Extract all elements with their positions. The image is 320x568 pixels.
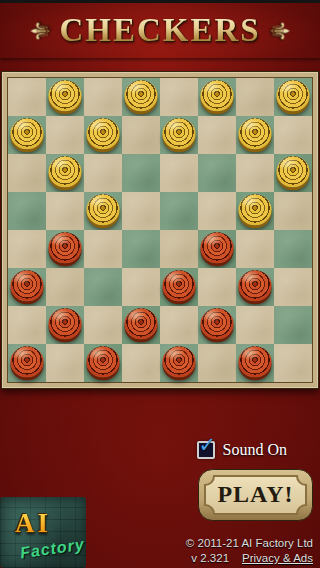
board-cell[interactable] — [198, 268, 236, 306]
board-cell[interactable] — [236, 344, 274, 382]
board-cell[interactable] — [46, 268, 84, 306]
board-cell[interactable] — [198, 230, 236, 268]
board-cell[interactable] — [274, 192, 312, 230]
board-cell[interactable] — [46, 154, 84, 192]
board-cell[interactable] — [8, 154, 46, 192]
board-cell[interactable] — [46, 306, 84, 344]
gold-piece[interactable] — [239, 118, 272, 149]
gold-piece[interactable] — [277, 156, 310, 187]
checkmark-icon: ✓ — [199, 433, 217, 457]
gold-piece[interactable] — [49, 80, 82, 111]
board-cell[interactable] — [236, 154, 274, 192]
board-cell[interactable] — [198, 306, 236, 344]
gold-piece[interactable] — [49, 156, 82, 187]
sound-checkbox[interactable]: ✓ — [197, 441, 215, 459]
board-cell[interactable] — [84, 268, 122, 306]
gold-piece[interactable] — [87, 118, 120, 149]
board-cell[interactable] — [84, 192, 122, 230]
board-cell[interactable] — [236, 306, 274, 344]
board-cell[interactable] — [274, 344, 312, 382]
play-button[interactable]: PLAY! — [198, 469, 313, 521]
board-cell[interactable] — [198, 78, 236, 116]
board-cell[interactable] — [274, 268, 312, 306]
board-cell[interactable] — [160, 116, 198, 154]
red-piece[interactable] — [49, 308, 82, 339]
play-label: PLAY! — [198, 469, 313, 521]
board-cell[interactable] — [122, 268, 160, 306]
board-cell[interactable] — [84, 344, 122, 382]
board-cell[interactable] — [274, 230, 312, 268]
gold-piece[interactable] — [201, 80, 234, 111]
red-piece[interactable] — [49, 232, 82, 263]
board-cell[interactable] — [160, 192, 198, 230]
board-cell[interactable] — [122, 230, 160, 268]
board-cell[interactable] — [8, 306, 46, 344]
board-cell[interactable] — [160, 268, 198, 306]
board-cell[interactable] — [236, 268, 274, 306]
board-cell[interactable] — [8, 78, 46, 116]
board-cell[interactable] — [160, 78, 198, 116]
red-piece[interactable] — [11, 346, 44, 377]
board-cell[interactable] — [46, 344, 84, 382]
board-grid — [7, 77, 313, 383]
board-cell[interactable] — [198, 116, 236, 154]
board-cell[interactable] — [160, 344, 198, 382]
board-cell[interactable] — [8, 116, 46, 154]
board-cell[interactable] — [84, 306, 122, 344]
board-cell[interactable] — [198, 154, 236, 192]
left-fleur-ornament-icon: ⚜ — [28, 19, 54, 42]
red-piece[interactable] — [11, 270, 44, 301]
board-cell[interactable] — [160, 306, 198, 344]
gold-piece[interactable] — [125, 80, 158, 111]
board-cell[interactable] — [236, 230, 274, 268]
gold-piece[interactable] — [239, 194, 272, 225]
board-cell[interactable] — [274, 116, 312, 154]
version-row: v 2.321 Privacy & Ads — [191, 552, 313, 564]
board-cell[interactable] — [46, 78, 84, 116]
red-piece[interactable] — [239, 270, 272, 301]
gold-piece[interactable] — [11, 118, 44, 149]
board-cell[interactable] — [236, 78, 274, 116]
sound-label: Sound On — [223, 441, 287, 459]
board-cell[interactable] — [84, 154, 122, 192]
version-text: v 2.321 — [191, 552, 229, 564]
board-cell[interactable] — [122, 306, 160, 344]
privacy-ads-link[interactable]: Privacy & Ads — [242, 552, 313, 564]
board-cell[interactable] — [198, 344, 236, 382]
board-cell[interactable] — [46, 230, 84, 268]
board-cell[interactable] — [198, 192, 236, 230]
gold-piece[interactable] — [163, 118, 196, 149]
red-piece[interactable] — [239, 346, 272, 377]
red-piece[interactable] — [87, 346, 120, 377]
board-cell[interactable] — [84, 78, 122, 116]
app-title: CHECKERS — [59, 14, 260, 47]
app-header: ⚜ CHECKERS ⚜ — [0, 0, 320, 58]
board-cell[interactable] — [274, 154, 312, 192]
checkers-app: ⚜ CHECKERS ⚜ ✓ Sound On — [0, 0, 320, 568]
board-cell[interactable] — [8, 268, 46, 306]
red-piece[interactable] — [201, 308, 234, 339]
board-cell[interactable] — [122, 116, 160, 154]
copyright-text: © 2011-21 AI Factory Ltd — [186, 537, 313, 549]
red-piece[interactable] — [163, 346, 196, 377]
board-cell[interactable] — [122, 344, 160, 382]
gold-piece[interactable] — [87, 194, 120, 225]
ai-factory-logo: AI Factory — [0, 497, 86, 568]
board-cell[interactable] — [8, 192, 46, 230]
board-cell[interactable] — [122, 154, 160, 192]
board-cell[interactable] — [236, 192, 274, 230]
red-piece[interactable] — [125, 308, 158, 339]
board-cell[interactable] — [122, 192, 160, 230]
board-cell[interactable] — [84, 230, 122, 268]
right-fleur-ornament-icon: ⚜ — [266, 19, 292, 42]
red-piece[interactable] — [163, 270, 196, 301]
sound-toggle[interactable]: ✓ Sound On — [197, 440, 287, 460]
board-cell[interactable] — [236, 116, 274, 154]
board-cell[interactable] — [46, 116, 84, 154]
board-cell[interactable] — [160, 154, 198, 192]
red-piece[interactable] — [201, 232, 234, 263]
ai-logo-text: AI — [15, 508, 51, 539]
board-cell[interactable] — [160, 230, 198, 268]
board-cell[interactable] — [274, 78, 312, 116]
board-cell[interactable] — [46, 192, 84, 230]
board-cell[interactable] — [274, 306, 312, 344]
board-cell[interactable] — [8, 344, 46, 382]
board-cell[interactable] — [122, 78, 160, 116]
factory-logo-text: Factory — [19, 536, 86, 563]
board-cell[interactable] — [84, 116, 122, 154]
checkers-board — [1, 71, 319, 389]
gold-piece[interactable] — [277, 80, 310, 111]
board-cell[interactable] — [8, 230, 46, 268]
